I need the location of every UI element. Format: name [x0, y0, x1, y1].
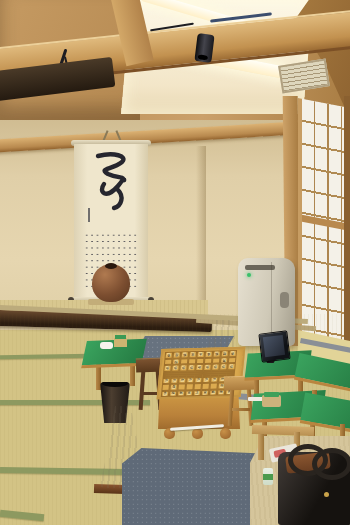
- bottle-label: [263, 474, 273, 480]
- tote-bag: [278, 452, 350, 525]
- tea-item: [115, 335, 126, 339]
- shogi-piece[interactable]: 歩: [211, 377, 217, 382]
- shogi-piece[interactable]: 銀: [214, 352, 220, 357]
- shogi-piece[interactable]: 香: [230, 351, 236, 356]
- shogi-piece[interactable]: 金: [202, 390, 208, 395]
- komadai-leg: [228, 388, 235, 426]
- shogi-piece[interactable]: 銀: [210, 390, 216, 395]
- shogi-piece[interactable]: 角: [221, 358, 227, 363]
- shogi-piece[interactable]: 金: [190, 352, 196, 357]
- shogi-piece[interactable]: 桂: [222, 351, 228, 356]
- shogi-piece[interactable]: 歩: [179, 378, 185, 383]
- scroll-signature: [88, 208, 90, 222]
- shogi-piece[interactable]: 香: [162, 391, 168, 396]
- bag-handle: [312, 448, 350, 480]
- shogi-piece[interactable]: 歩: [213, 365, 219, 370]
- shogi-piece[interactable]: 歩: [203, 377, 209, 382]
- shogi-piece[interactable]: 角: [171, 385, 177, 390]
- shogi-piece[interactable]: 金: [206, 352, 212, 357]
- bag-clasp: [324, 492, 329, 497]
- shogi-piece[interactable]: 金: [186, 391, 192, 396]
- purifier-seam: [271, 262, 272, 342]
- shogi-piece[interactable]: 歩: [195, 377, 201, 382]
- shogi-piece[interactable]: 歩: [229, 364, 235, 369]
- shogi-piece[interactable]: 歩: [221, 364, 227, 369]
- ceiling-vent-grille: [278, 58, 330, 93]
- oshibori-towel: [100, 342, 113, 349]
- shogi-piece[interactable]: 飛: [173, 359, 179, 364]
- shogi-piece[interactable]: 歩: [181, 365, 187, 370]
- shogi-piece[interactable]: 歩: [205, 365, 211, 370]
- tablet: [258, 330, 290, 362]
- purifier-handle: [280, 292, 289, 308]
- tablet-screen: [263, 335, 285, 357]
- shogi-piece[interactable]: 玉: [198, 352, 204, 357]
- shogi-room-photo: 寿: [0, 0, 350, 525]
- pet-bottle: [263, 468, 273, 485]
- shogi-piece[interactable]: 歩: [163, 378, 169, 383]
- shogi-piece[interactable]: 香: [166, 353, 172, 358]
- shogi-piece[interactable]: 歩: [173, 366, 179, 371]
- shogi-piece[interactable]: 歩: [197, 365, 203, 370]
- record-box: [262, 395, 281, 407]
- shogi-piece[interactable]: 桂: [174, 353, 180, 358]
- board-foot: [220, 428, 231, 439]
- purifier-led: [247, 273, 251, 277]
- broadcast-camera: [194, 33, 214, 63]
- shogi-piece[interactable]: 歩: [189, 365, 195, 370]
- shogi-piece[interactable]: 歩: [187, 378, 193, 383]
- shogi-piece[interactable]: 銀: [178, 391, 184, 396]
- shogi-piece[interactable]: 玉: [194, 391, 200, 396]
- tokonoma-corner-shadow: [196, 146, 206, 318]
- shogi-piece[interactable]: 桂: [170, 391, 176, 396]
- shogi-piece[interactable]: 歩: [171, 378, 177, 383]
- vase-mouth: [105, 263, 117, 269]
- komadai-rail: [232, 408, 250, 411]
- camera-lens-icon: [198, 54, 209, 60]
- board-foot: [192, 428, 203, 439]
- komadai-leg: [139, 370, 146, 410]
- tea-tray: [114, 338, 127, 347]
- ceramic-vase: [92, 264, 130, 302]
- shogi-piece[interactable]: 銀: [182, 352, 188, 357]
- low-table-leg: [258, 434, 264, 460]
- shogi-piece[interactable]: 歩: [165, 366, 171, 371]
- record-box-lid: [264, 392, 279, 397]
- scroll-calligraphy: [88, 150, 134, 212]
